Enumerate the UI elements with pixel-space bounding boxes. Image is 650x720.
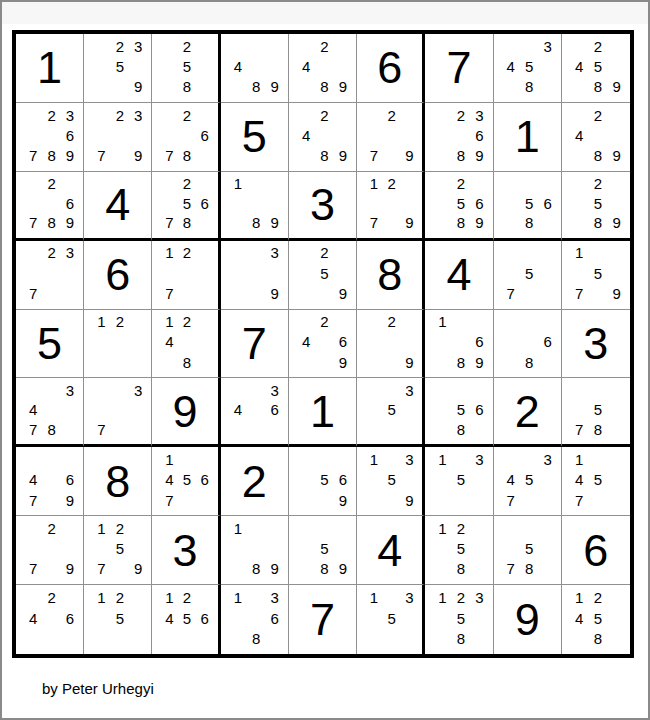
cell-r1c9[interactable]: 24589	[562, 34, 630, 103]
candidate-digit: 8	[315, 77, 333, 97]
candidate-digit: 1	[92, 587, 110, 608]
candidate-digit: 8	[452, 559, 470, 579]
candidate-digit: 9	[401, 213, 419, 233]
given-digit: 7	[289, 585, 356, 654]
cell-r9c9[interactable]: 12458	[562, 585, 630, 654]
candidate-digit: 4	[502, 470, 520, 490]
empty-mark-slot	[589, 449, 608, 469]
candidate-digit: 4	[570, 470, 589, 490]
cell-r7c5[interactable]: 569	[289, 447, 357, 516]
empty-mark-slot	[92, 36, 110, 56]
pencilmarks: 25689	[425, 172, 492, 238]
cell-r5c1[interactable]: 5	[16, 310, 84, 379]
cell-r7c8[interactable]: 3457	[494, 447, 562, 516]
pencilmarks: 1359	[357, 447, 422, 515]
empty-mark-slot	[160, 56, 178, 76]
empty-mark-slot	[365, 490, 383, 510]
cell-r2c9[interactable]: 2489	[562, 103, 630, 172]
empty-mark-slot	[607, 400, 626, 420]
empty-mark-slot	[297, 36, 315, 56]
cell-r3c4[interactable]: 189	[221, 172, 289, 241]
pencilmarks: 246	[16, 585, 83, 654]
cell-r3c1[interactable]: 26789	[16, 172, 84, 241]
empty-mark-slot	[607, 420, 626, 440]
candidate-digit: 4	[229, 400, 247, 420]
empty-mark-slot	[607, 243, 626, 263]
given-digit: 3	[152, 516, 217, 584]
cell-r8c3[interactable]: 3	[152, 516, 220, 585]
cell-r3c7[interactable]: 25689	[425, 172, 493, 241]
cell-r3c9[interactable]: 2589	[562, 172, 630, 241]
empty-mark-slot	[401, 420, 419, 440]
candidate-digit: 9	[470, 352, 488, 372]
cell-r2c2[interactable]: 2379	[84, 103, 152, 172]
cell-r8c2[interactable]: 12579	[84, 516, 152, 585]
empty-mark-slot	[538, 312, 556, 332]
empty-mark-slot	[520, 518, 538, 538]
candidate-digit: 9	[265, 283, 283, 303]
cell-r6c2[interactable]: 37	[84, 378, 152, 447]
empty-mark-slot	[111, 77, 129, 97]
empty-mark-slot	[365, 380, 383, 400]
candidate-digit: 9	[61, 490, 79, 510]
candidate-digit: 9	[129, 145, 147, 165]
empty-mark-slot	[383, 420, 401, 440]
cell-r1c7[interactable]: 7	[425, 34, 493, 103]
cell-r3c6[interactable]: 1279	[357, 172, 425, 241]
cell-r9c3[interactable]: 12456	[152, 585, 220, 654]
pencilmarks: 24589	[562, 34, 630, 102]
cell-r8c6[interactable]: 4	[357, 516, 425, 585]
given-digit: 1	[289, 378, 356, 444]
empty-mark-slot	[589, 283, 608, 303]
cell-r6c6[interactable]: 35	[357, 378, 425, 447]
empty-mark-slot	[334, 125, 352, 145]
cell-r3c8[interactable]: 568	[494, 172, 562, 241]
empty-mark-slot	[452, 332, 470, 352]
candidate-digit: 7	[92, 559, 110, 579]
candidate-digit: 9	[470, 213, 488, 233]
empty-mark-slot	[607, 263, 626, 283]
empty-mark-slot	[247, 400, 265, 420]
empty-mark-slot	[538, 470, 556, 490]
empty-mark-slot	[160, 174, 178, 194]
candidate-digit: 8	[247, 77, 265, 97]
candidate-digit: 7	[570, 490, 589, 510]
candidate-digit: 5	[111, 56, 129, 76]
pencilmarks: 1368	[221, 585, 288, 654]
empty-mark-slot	[365, 105, 383, 125]
empty-mark-slot	[229, 628, 247, 649]
empty-mark-slot	[24, 243, 42, 263]
empty-mark-slot	[433, 380, 451, 400]
empty-mark-slot	[383, 213, 401, 233]
pencilmarks: 2678	[152, 103, 217, 171]
cell-r4c2[interactable]: 6	[84, 241, 152, 310]
empty-mark-slot	[538, 174, 556, 194]
empty-mark-slot	[334, 263, 352, 283]
cell-r8c5[interactable]: 589	[289, 516, 357, 585]
empty-mark-slot	[247, 263, 265, 283]
empty-mark-slot	[297, 559, 315, 579]
pencilmarks: 568	[425, 378, 492, 444]
empty-mark-slot	[160, 125, 178, 145]
cell-r6c9[interactable]: 578	[562, 378, 630, 447]
candidate-digit: 8	[520, 352, 538, 372]
empty-mark-slot	[334, 105, 352, 125]
cell-r2c7[interactable]: 23689	[425, 103, 493, 172]
empty-mark-slot	[607, 125, 626, 145]
candidate-digit: 2	[178, 105, 196, 125]
cell-r5c7[interactable]: 1689	[425, 310, 493, 379]
empty-mark-slot	[247, 36, 265, 56]
empty-mark-slot	[334, 36, 352, 56]
empty-mark-slot	[61, 283, 79, 303]
empty-mark-slot	[365, 470, 383, 490]
empty-mark-slot	[433, 332, 451, 352]
empty-mark-slot	[470, 174, 488, 194]
empty-mark-slot	[196, 628, 214, 649]
empty-mark-slot	[92, 56, 110, 76]
empty-mark-slot	[607, 608, 626, 629]
candidate-digit: 7	[24, 559, 42, 579]
candidate-digit: 5	[178, 193, 196, 213]
empty-mark-slot	[229, 193, 247, 213]
candidate-digit: 5	[589, 400, 608, 420]
empty-mark-slot	[160, 105, 178, 125]
candidate-digit: 1	[160, 243, 178, 263]
pencilmarks: 237	[16, 241, 83, 309]
empty-mark-slot	[607, 470, 626, 490]
candidate-digit: 2	[42, 587, 60, 608]
candidate-digit: 8	[315, 559, 333, 579]
empty-mark-slot	[297, 145, 315, 165]
empty-mark-slot	[24, 174, 42, 194]
empty-mark-slot	[196, 263, 214, 283]
empty-mark-slot	[196, 243, 214, 263]
cell-r2c1[interactable]: 236789	[16, 103, 84, 172]
cell-r1c2[interactable]: 2359	[84, 34, 152, 103]
candidate-digit: 8	[589, 628, 608, 649]
empty-mark-slot	[61, 539, 79, 559]
cell-r9c1[interactable]: 246	[16, 585, 84, 654]
cell-r3c5[interactable]: 3	[289, 172, 357, 241]
cell-r8c4[interactable]: 189	[221, 516, 289, 585]
empty-mark-slot	[265, 628, 283, 649]
cell-r7c9[interactable]: 1457	[562, 447, 630, 516]
cell-r1c8[interactable]: 3458	[494, 34, 562, 103]
cell-r7c1[interactable]: 4679	[16, 447, 84, 516]
candidate-digit: 4	[24, 400, 42, 420]
empty-mark-slot	[433, 400, 451, 420]
pencilmarks: 2489	[289, 103, 356, 171]
cell-r8c7[interactable]: 1258	[425, 516, 493, 585]
cell-r6c5[interactable]: 1	[289, 378, 357, 447]
candidate-digit: 9	[129, 559, 147, 579]
candidate-digit: 5	[383, 470, 401, 490]
cell-r6c7[interactable]: 568	[425, 378, 493, 447]
empty-mark-slot	[247, 608, 265, 629]
empty-mark-slot	[502, 193, 520, 213]
empty-mark-slot	[42, 539, 60, 559]
empty-mark-slot	[196, 352, 214, 372]
cell-r6c8[interactable]: 2	[494, 378, 562, 447]
empty-mark-slot	[433, 490, 451, 510]
pencilmarks: 1279	[357, 172, 422, 238]
empty-mark-slot	[178, 449, 196, 469]
empty-mark-slot	[247, 539, 265, 559]
cell-r5c4[interactable]: 7	[221, 310, 289, 379]
cell-r1c4[interactable]: 489	[221, 34, 289, 103]
empty-mark-slot	[470, 470, 488, 490]
pencilmarks: 23689	[425, 103, 492, 171]
empty-mark-slot	[383, 587, 401, 608]
cell-r1c5[interactable]: 2489	[289, 34, 357, 103]
empty-mark-slot	[383, 449, 401, 469]
empty-mark-slot	[247, 174, 265, 194]
empty-mark-slot	[297, 352, 315, 372]
cell-r8c8[interactable]: 578	[494, 516, 562, 585]
pencilmarks: 12358	[425, 585, 492, 654]
candidate-digit: 7	[24, 490, 42, 510]
cell-r7c7[interactable]: 135	[425, 447, 493, 516]
cell-r9c8[interactable]: 9	[494, 585, 562, 654]
cell-r6c4[interactable]: 346	[221, 378, 289, 447]
cell-r9c6[interactable]: 135	[357, 585, 425, 654]
empty-mark-slot	[365, 628, 383, 649]
empty-mark-slot	[229, 263, 247, 283]
pencilmarks: 1258	[425, 516, 492, 584]
empty-mark-slot	[247, 380, 265, 400]
candidate-digit: 2	[452, 105, 470, 125]
pencilmarks: 3457	[494, 447, 561, 515]
candidate-digit: 4	[24, 608, 42, 629]
cell-r5c8[interactable]: 68	[494, 310, 562, 379]
cell-r5c3[interactable]: 1248	[152, 310, 220, 379]
cell-r9c5[interactable]: 7	[289, 585, 357, 654]
cell-r1c1[interactable]: 1	[16, 34, 84, 103]
cell-r4c6[interactable]: 8	[357, 241, 425, 310]
empty-mark-slot	[129, 587, 147, 608]
given-digit: 1	[494, 103, 561, 171]
cell-r7c4[interactable]: 2	[221, 447, 289, 516]
candidate-digit: 3	[265, 243, 283, 263]
given-digit: 9	[152, 378, 217, 444]
candidate-digit: 6	[265, 400, 283, 420]
cell-r4c3[interactable]: 127	[152, 241, 220, 310]
pencilmarks: 68	[494, 310, 561, 378]
empty-mark-slot	[502, 174, 520, 194]
candidate-digit: 8	[247, 213, 265, 233]
empty-mark-slot	[433, 174, 451, 194]
cell-r1c3[interactable]: 258	[152, 34, 220, 103]
candidate-digit: 2	[111, 518, 129, 538]
empty-mark-slot	[92, 332, 110, 352]
cell-r8c1[interactable]: 279	[16, 516, 84, 585]
pencilmarks: 26789	[16, 172, 83, 238]
empty-mark-slot	[129, 420, 147, 440]
empty-mark-slot	[433, 420, 451, 440]
cell-r4c7[interactable]: 4	[425, 241, 493, 310]
cell-r7c3[interactable]: 14567	[152, 447, 220, 516]
empty-mark-slot	[42, 490, 60, 510]
cell-r5c5[interactable]: 2469	[289, 310, 357, 379]
candidate-digit: 9	[470, 145, 488, 165]
cell-r5c6[interactable]: 29	[357, 310, 425, 379]
candidate-digit: 3	[61, 243, 79, 263]
empty-mark-slot	[229, 380, 247, 400]
empty-mark-slot	[61, 174, 79, 194]
empty-mark-slot	[433, 352, 451, 372]
empty-mark-slot	[570, 145, 589, 165]
cell-r4c5[interactable]: 259	[289, 241, 357, 310]
cell-r9c4[interactable]: 1368	[221, 585, 289, 654]
empty-mark-slot	[129, 352, 147, 372]
empty-mark-slot	[196, 332, 214, 352]
cell-r7c6[interactable]: 1359	[357, 447, 425, 516]
empty-mark-slot	[297, 105, 315, 125]
cell-r3c3[interactable]: 25678	[152, 172, 220, 241]
candidate-digit: 4	[160, 608, 178, 629]
cell-r1c6[interactable]: 6	[357, 34, 425, 103]
empty-mark-slot	[401, 193, 419, 213]
candidate-digit: 2	[315, 105, 333, 125]
pencilmarks: 127	[152, 241, 217, 309]
cell-r9c2[interactable]: 125	[84, 585, 152, 654]
candidate-digit: 9	[334, 283, 352, 303]
cell-r4c9[interactable]: 1579	[562, 241, 630, 310]
candidate-digit: 7	[570, 420, 589, 440]
candidate-digit: 5	[178, 56, 196, 76]
pencilmarks: 4679	[16, 447, 83, 515]
empty-mark-slot	[365, 125, 383, 145]
empty-mark-slot	[452, 490, 470, 510]
empty-mark-slot	[111, 559, 129, 579]
empty-mark-slot	[92, 125, 110, 145]
cell-r2c5[interactable]: 2489	[289, 103, 357, 172]
empty-mark-slot	[570, 263, 589, 283]
empty-mark-slot	[502, 449, 520, 469]
candidate-digit: 1	[365, 174, 383, 194]
pencilmarks: 29	[357, 310, 422, 378]
cell-r4c4[interactable]: 39	[221, 241, 289, 310]
empty-mark-slot	[520, 36, 538, 56]
cell-r3c2[interactable]: 4	[84, 172, 152, 241]
cell-r7c2[interactable]: 8	[84, 447, 152, 516]
empty-mark-slot	[42, 400, 60, 420]
empty-mark-slot	[92, 352, 110, 372]
empty-mark-slot	[24, 518, 42, 538]
empty-mark-slot	[470, 518, 488, 538]
empty-mark-slot	[178, 263, 196, 283]
empty-mark-slot	[178, 332, 196, 352]
empty-mark-slot	[502, 518, 520, 538]
empty-mark-slot	[383, 193, 401, 213]
cell-r2c4[interactable]: 5	[221, 103, 289, 172]
given-digit: 2	[221, 447, 288, 515]
candidate-digit: 8	[178, 213, 196, 233]
cell-r9c7[interactable]: 12358	[425, 585, 493, 654]
candidate-digit: 3	[265, 587, 283, 608]
empty-mark-slot	[229, 283, 247, 303]
candidate-digit: 2	[383, 105, 401, 125]
empty-mark-slot	[178, 490, 196, 510]
candidate-digit: 5	[520, 56, 538, 76]
empty-mark-slot	[570, 193, 589, 213]
candidate-digit: 1	[433, 587, 451, 608]
empty-mark-slot	[520, 490, 538, 510]
candidate-digit: 4	[570, 608, 589, 629]
candidate-digit: 5	[589, 608, 608, 629]
given-digit: 4	[84, 172, 151, 238]
candidate-digit: 3	[401, 380, 419, 400]
pencilmarks: 279	[357, 103, 422, 171]
empty-mark-slot	[265, 174, 283, 194]
pencilmarks: 346	[221, 378, 288, 444]
empty-mark-slot	[383, 145, 401, 165]
empty-mark-slot	[178, 125, 196, 145]
cell-r5c9[interactable]: 3	[562, 310, 630, 379]
candidate-digit: 5	[589, 193, 608, 213]
empty-mark-slot	[196, 174, 214, 194]
pencilmarks: 578	[562, 378, 630, 444]
pencilmarks: 189	[221, 172, 288, 238]
candidate-digit: 5	[315, 539, 333, 559]
candidate-digit: 8	[42, 145, 60, 165]
empty-mark-slot	[129, 332, 147, 352]
cell-r4c1[interactable]: 237	[16, 241, 84, 310]
empty-mark-slot	[42, 449, 60, 469]
candidate-digit: 1	[570, 449, 589, 469]
empty-mark-slot	[433, 559, 451, 579]
cell-r5c2[interactable]: 12	[84, 310, 152, 379]
candidate-digit: 6	[196, 608, 214, 629]
cell-r8c9[interactable]: 6	[562, 516, 630, 585]
cell-r2c3[interactable]: 2678	[152, 103, 220, 172]
empty-mark-slot	[247, 587, 265, 608]
cell-r6c3[interactable]: 9	[152, 378, 220, 447]
empty-mark-slot	[433, 105, 451, 125]
cell-r6c1[interactable]: 3478	[16, 378, 84, 447]
empty-mark-slot	[196, 490, 214, 510]
candidate-digit: 9	[401, 352, 419, 372]
empty-mark-slot	[265, 263, 283, 283]
candidate-digit: 9	[401, 145, 419, 165]
empty-mark-slot	[607, 628, 626, 649]
empty-mark-slot	[334, 56, 352, 76]
pencilmarks: 12456	[152, 585, 217, 654]
empty-mark-slot	[570, 77, 589, 97]
candidate-digit: 3	[470, 587, 488, 608]
cell-r2c8[interactable]: 1	[494, 103, 562, 172]
empty-mark-slot	[160, 193, 178, 213]
empty-mark-slot	[229, 539, 247, 559]
candidate-digit: 5	[520, 470, 538, 490]
candidate-digit: 5	[315, 470, 333, 490]
cell-r4c8[interactable]: 57	[494, 241, 562, 310]
empty-mark-slot	[315, 518, 333, 538]
empty-mark-slot	[24, 628, 42, 649]
empty-mark-slot	[607, 449, 626, 469]
candidate-digit: 7	[160, 213, 178, 233]
candidate-digit: 8	[520, 559, 538, 579]
cell-r2c6[interactable]: 279	[357, 103, 425, 172]
candidate-digit: 9	[334, 145, 352, 165]
candidate-digit: 3	[401, 587, 419, 608]
candidate-digit: 7	[160, 145, 178, 165]
candidate-digit: 1	[92, 312, 110, 332]
empty-mark-slot	[502, 312, 520, 332]
